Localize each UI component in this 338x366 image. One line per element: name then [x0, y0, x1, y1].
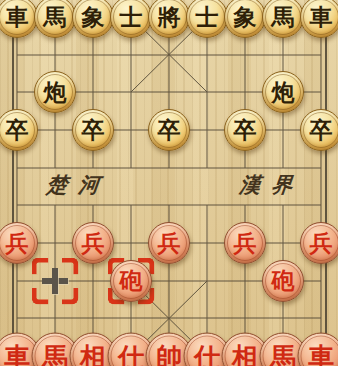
marker-corner-tl [32, 257, 49, 274]
piece-red-soldier[interactable]: 兵 [224, 222, 266, 264]
river-label-han-jie: 漢界 [227, 171, 305, 199]
piece-black-soldier[interactable]: 卒 [300, 109, 338, 151]
piece-black-chariot[interactable]: 車 [300, 0, 338, 38]
river-label-chu-he: 楚河 [34, 171, 112, 199]
piece-red-soldier[interactable]: 兵 [300, 222, 338, 264]
piece-black-soldier[interactable]: 卒 [224, 109, 266, 151]
marker-corner-br [62, 287, 79, 304]
piece-red-soldier[interactable]: 兵 [148, 222, 190, 264]
piece-black-cannon[interactable]: 炮 [34, 71, 76, 113]
piece-red-cannon[interactable]: 砲 [110, 260, 152, 302]
move-from-marker [32, 257, 79, 304]
marker-corner-bl [32, 287, 49, 304]
marker-corner-tr [62, 257, 79, 274]
piece-black-cannon[interactable]: 炮 [262, 71, 304, 113]
piece-red-cannon[interactable]: 砲 [262, 260, 304, 302]
piece-red-soldier[interactable]: 兵 [72, 222, 114, 264]
xiangqi-board[interactable]: 楚河 漢界 車馬象士將士象馬車炮炮卒卒卒卒卒兵兵兵兵兵砲砲車馬相仕帥仕相馬車 [0, 0, 338, 366]
piece-black-soldier[interactable]: 卒 [148, 109, 190, 151]
piece-black-soldier[interactable]: 卒 [72, 109, 114, 151]
